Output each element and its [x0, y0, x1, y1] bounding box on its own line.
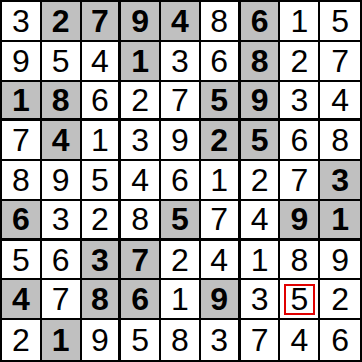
- cell-r4c9[interactable]: 8: [320, 121, 360, 161]
- cell-r9c5[interactable]: 8: [161, 320, 201, 360]
- cell-r3c5[interactable]: 7: [161, 82, 201, 122]
- cell-r7c7[interactable]: 1: [241, 241, 281, 281]
- cell-r2c6[interactable]: 6: [201, 42, 241, 82]
- sudoku-board: 3279486159541368271862759347413925688954…: [0, 0, 362, 362]
- cell-r5c2[interactable]: 9: [42, 161, 82, 201]
- cell-r9c3[interactable]: 9: [82, 320, 122, 360]
- cell-r5c4[interactable]: 4: [121, 161, 161, 201]
- cell-r8c9[interactable]: 2: [320, 280, 360, 320]
- cell-r7c4[interactable]: 7: [121, 241, 161, 281]
- cell-r8c4[interactable]: 6: [121, 280, 161, 320]
- cell-r2c9[interactable]: 7: [320, 42, 360, 82]
- cell-r9c9[interactable]: 6: [320, 320, 360, 360]
- cell-r4c8[interactable]: 6: [280, 121, 320, 161]
- cell-r1c5[interactable]: 4: [161, 2, 201, 42]
- cell-r2c5[interactable]: 3: [161, 42, 201, 82]
- cell-r1c6[interactable]: 8: [201, 2, 241, 42]
- cell-r4c2[interactable]: 4: [42, 121, 82, 161]
- cell-r6c2[interactable]: 3: [42, 201, 82, 241]
- cell-r6c3[interactable]: 2: [82, 201, 122, 241]
- cell-r5c8[interactable]: 7: [280, 161, 320, 201]
- cell-r6c5[interactable]: 5: [161, 201, 201, 241]
- cell-r4c4[interactable]: 3: [121, 121, 161, 161]
- cell-r1c7[interactable]: 6: [241, 2, 281, 42]
- cell-r4c1[interactable]: 7: [2, 121, 42, 161]
- cell-r1c9[interactable]: 5: [320, 2, 360, 42]
- cell-r3c4[interactable]: 2: [121, 82, 161, 122]
- sudoku-grid: 3279486159541368271862759347413925688954…: [2, 2, 360, 360]
- cell-r4c5[interactable]: 9: [161, 121, 201, 161]
- cell-r3c3[interactable]: 6: [82, 82, 122, 122]
- cell-r5c1[interactable]: 8: [2, 161, 42, 201]
- cell-r3c8[interactable]: 3: [280, 82, 320, 122]
- selection-box: 5: [284, 284, 315, 315]
- cell-r9c6[interactable]: 3: [201, 320, 241, 360]
- cell-r4c3[interactable]: 1: [82, 121, 122, 161]
- cell-r3c6[interactable]: 5: [201, 82, 241, 122]
- cell-r2c4[interactable]: 1: [121, 42, 161, 82]
- cell-r6c4[interactable]: 8: [121, 201, 161, 241]
- cell-r9c7[interactable]: 7: [241, 320, 281, 360]
- cell-r8c7[interactable]: 3: [241, 280, 281, 320]
- cell-r8c5[interactable]: 1: [161, 280, 201, 320]
- cell-r7c6[interactable]: 4: [201, 241, 241, 281]
- cell-r6c1[interactable]: 6: [2, 201, 42, 241]
- cell-r9c8[interactable]: 4: [280, 320, 320, 360]
- cell-r7c8[interactable]: 8: [280, 241, 320, 281]
- cell-r7c1[interactable]: 5: [2, 241, 42, 281]
- cell-r5c7[interactable]: 2: [241, 161, 281, 201]
- cell-r8c8[interactable]: 5: [280, 280, 320, 320]
- cell-r7c5[interactable]: 2: [161, 241, 201, 281]
- cell-r2c8[interactable]: 2: [280, 42, 320, 82]
- cell-r1c2[interactable]: 2: [42, 2, 82, 42]
- cell-r4c7[interactable]: 5: [241, 121, 281, 161]
- cell-r7c9[interactable]: 9: [320, 241, 360, 281]
- cell-r8c3[interactable]: 8: [82, 280, 122, 320]
- cell-r8c2[interactable]: 7: [42, 280, 82, 320]
- cell-r3c9[interactable]: 4: [320, 82, 360, 122]
- cell-r5c3[interactable]: 5: [82, 161, 122, 201]
- cell-r4c6[interactable]: 2: [201, 121, 241, 161]
- cell-r1c3[interactable]: 7: [82, 2, 122, 42]
- cell-r8c6[interactable]: 9: [201, 280, 241, 320]
- cell-r1c1[interactable]: 3: [2, 2, 42, 42]
- cell-r2c3[interactable]: 4: [82, 42, 122, 82]
- cell-r6c9[interactable]: 1: [320, 201, 360, 241]
- cell-r3c1[interactable]: 1: [2, 82, 42, 122]
- cell-r2c7[interactable]: 8: [241, 42, 281, 82]
- cell-r3c7[interactable]: 9: [241, 82, 281, 122]
- cell-r6c7[interactable]: 4: [241, 201, 281, 241]
- cell-r5c9[interactable]: 3: [320, 161, 360, 201]
- cell-r1c8[interactable]: 1: [280, 2, 320, 42]
- cell-r1c4[interactable]: 9: [121, 2, 161, 42]
- cell-r6c6[interactable]: 7: [201, 201, 241, 241]
- cell-r3c2[interactable]: 8: [42, 82, 82, 122]
- cell-r9c1[interactable]: 2: [2, 320, 42, 360]
- cell-r5c5[interactable]: 6: [161, 161, 201, 201]
- cell-r2c2[interactable]: 5: [42, 42, 82, 82]
- cell-r8c1[interactable]: 4: [2, 280, 42, 320]
- cell-r9c4[interactable]: 5: [121, 320, 161, 360]
- cell-r7c3[interactable]: 3: [82, 241, 122, 281]
- cell-r5c6[interactable]: 1: [201, 161, 241, 201]
- cell-r9c2[interactable]: 1: [42, 320, 82, 360]
- cell-r7c2[interactable]: 6: [42, 241, 82, 281]
- cell-r6c8[interactable]: 9: [280, 201, 320, 241]
- cell-r2c1[interactable]: 9: [2, 42, 42, 82]
